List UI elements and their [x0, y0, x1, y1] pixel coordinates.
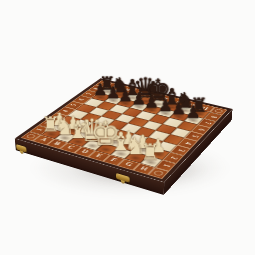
- file-label-d: D: [148, 93, 156, 97]
- rank-label-7: 7: [202, 121, 211, 124]
- file-label-d: D: [79, 149, 89, 154]
- file-label-a: A: [111, 84, 119, 88]
- rank-label-5: 5: [189, 134, 198, 138]
- border-cell-rank-5: 5: [184, 131, 204, 141]
- file-label-a: A: [38, 137, 48, 142]
- rank-label-8: 8: [208, 115, 217, 118]
- rank-label-1: 1: [35, 128, 44, 132]
- rank-label-8: 8: [93, 87, 101, 90]
- file-label-b: B: [123, 87, 131, 91]
- rank-label-4: 4: [61, 109, 70, 112]
- piece-shadow: [185, 116, 201, 123]
- piece-shadow: [100, 89, 114, 95]
- rank-label-2: 2: [168, 155, 178, 159]
- rank-label-2: 2: [44, 121, 53, 124]
- rank-label-3: 3: [53, 115, 62, 118]
- rank-label-6: 6: [196, 127, 205, 131]
- brass-clasp-front: [115, 172, 129, 182]
- hinge-hook-icon: [19, 150, 23, 154]
- clasp-hook-icon: [120, 180, 124, 184]
- corner-ring-icon: [152, 169, 164, 176]
- file-label-c: C: [65, 145, 75, 150]
- file-label-g: G: [187, 102, 196, 106]
- rank-label-1: 1: [160, 163, 170, 167]
- rank-label-3: 3: [175, 148, 185, 152]
- corner-ring-icon: [25, 133, 37, 138]
- file-label-h: H: [201, 105, 210, 109]
- rank-label-4: 4: [182, 141, 191, 145]
- file-label-g: G: [123, 161, 133, 167]
- piece-shadow: [78, 131, 94, 138]
- brass-hinge-left: [16, 144, 27, 152]
- border-cell-rank-2: 2: [38, 118, 58, 128]
- rank-label-7: 7: [85, 92, 93, 95]
- file-label-b: B: [52, 141, 61, 146]
- file-label-c: C: [135, 90, 143, 94]
- file-label-f: F: [109, 157, 118, 162]
- file-label-e: E: [161, 96, 169, 100]
- product-photo-background: ABCDEFGH8♜♞♝♛♚♝♞♜87♟♟♟♟♟♟♟♟7665544332♟♟♟…: [0, 0, 255, 255]
- rank-label-5: 5: [69, 103, 77, 106]
- corner-ring-icon: [213, 108, 223, 113]
- rank-label-6: 6: [77, 98, 85, 101]
- file-label-h: H: [138, 165, 148, 171]
- file-label-f: F: [174, 99, 181, 103]
- file-label-e: E: [94, 153, 103, 158]
- corner-ring-icon: [99, 81, 109, 85]
